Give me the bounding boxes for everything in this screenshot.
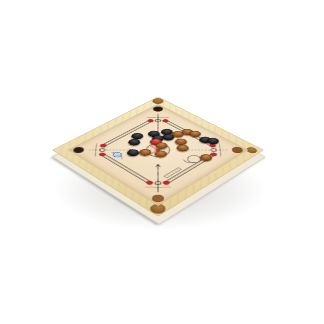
pocket-far <box>151 106 164 113</box>
pocket-left <box>71 146 85 154</box>
product-photo-scene <box>0 0 324 324</box>
brand-stamp <box>164 168 182 178</box>
pocket-near <box>150 194 166 204</box>
pocket-right <box>230 146 244 154</box>
